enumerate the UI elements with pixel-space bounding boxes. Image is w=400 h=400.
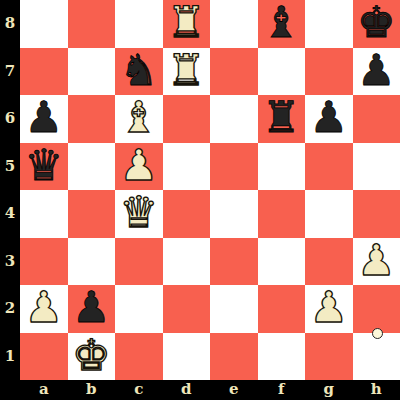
square-b5[interactable] [68, 143, 116, 191]
piece-white-rook: ♜ [167, 1, 206, 44]
file-label-a: a [20, 380, 68, 400]
piece-white-pawn: ♟ [357, 239, 396, 282]
piece-white-king: ♚ [72, 334, 111, 377]
square-f5[interactable] [258, 143, 306, 191]
board-frame: 87654321 ♜♝♚♞♜♟♟♝♜♟♛♟♛♟♟♟♟♚ abcdefgh [0, 0, 400, 400]
square-e8[interactable] [210, 0, 258, 48]
rank-label-7: 7 [0, 48, 20, 96]
rank-label-3: 3 [0, 238, 20, 286]
square-a5[interactable]: ♛ [20, 143, 68, 191]
piece-black-king: ♚ [357, 1, 396, 44]
square-c1[interactable] [115, 333, 163, 381]
square-f3[interactable] [258, 238, 306, 286]
square-a2[interactable]: ♟ [20, 285, 68, 333]
piece-black-pawn: ♟ [357, 49, 396, 92]
square-g8[interactable] [305, 0, 353, 48]
square-c7[interactable]: ♞ [115, 48, 163, 96]
square-a8[interactable] [20, 0, 68, 48]
square-e7[interactable] [210, 48, 258, 96]
piece-black-pawn: ♟ [309, 96, 348, 139]
piece-black-pawn: ♟ [24, 96, 63, 139]
square-f8[interactable]: ♝ [258, 0, 306, 48]
rank-label-2: 2 [0, 285, 20, 333]
square-g5[interactable] [305, 143, 353, 191]
file-label-g: g [305, 380, 353, 400]
square-f7[interactable] [258, 48, 306, 96]
square-e1[interactable] [210, 333, 258, 381]
file-label-c: c [115, 380, 163, 400]
piece-black-pawn: ♟ [72, 286, 111, 329]
piece-white-pawn: ♟ [119, 144, 158, 187]
square-f2[interactable] [258, 285, 306, 333]
square-h1[interactable] [353, 333, 400, 381]
square-d8[interactable]: ♜ [163, 0, 211, 48]
square-g3[interactable] [305, 238, 353, 286]
rank-label-8: 8 [0, 0, 20, 48]
square-a4[interactable] [20, 190, 68, 238]
square-d4[interactable] [163, 190, 211, 238]
square-h7[interactable]: ♟ [353, 48, 400, 96]
rank-label-4: 4 [0, 190, 20, 238]
square-e2[interactable] [210, 285, 258, 333]
square-a3[interactable] [20, 238, 68, 286]
square-c5[interactable]: ♟ [115, 143, 163, 191]
file-labels: abcdefgh [20, 380, 400, 400]
square-b4[interactable] [68, 190, 116, 238]
square-c3[interactable] [115, 238, 163, 286]
square-d6[interactable] [163, 95, 211, 143]
square-e5[interactable] [210, 143, 258, 191]
piece-white-bishop: ♝ [119, 96, 158, 139]
square-e3[interactable] [210, 238, 258, 286]
square-g1[interactable] [305, 333, 353, 381]
square-h5[interactable] [353, 143, 400, 191]
square-b3[interactable] [68, 238, 116, 286]
square-d1[interactable] [163, 333, 211, 381]
rank-labels: 87654321 [0, 0, 20, 380]
square-c4[interactable]: ♛ [115, 190, 163, 238]
piece-white-pawn: ♟ [309, 286, 348, 329]
square-d7[interactable]: ♜ [163, 48, 211, 96]
chessboard: ♜♝♚♞♜♟♟♝♜♟♛♟♛♟♟♟♟♚ [20, 0, 400, 380]
square-e4[interactable] [210, 190, 258, 238]
square-b7[interactable] [68, 48, 116, 96]
square-c2[interactable] [115, 285, 163, 333]
square-h4[interactable] [353, 190, 400, 238]
square-a7[interactable] [20, 48, 68, 96]
square-d3[interactable] [163, 238, 211, 286]
square-d5[interactable] [163, 143, 211, 191]
square-c6[interactable]: ♝ [115, 95, 163, 143]
square-h3[interactable]: ♟ [353, 238, 400, 286]
piece-black-queen: ♛ [24, 144, 63, 187]
square-f4[interactable] [258, 190, 306, 238]
square-g2[interactable]: ♟ [305, 285, 353, 333]
piece-white-rook: ♜ [167, 49, 206, 92]
piece-white-queen: ♛ [119, 191, 158, 234]
square-b1[interactable]: ♚ [68, 333, 116, 381]
white-to-move-indicator [372, 328, 383, 339]
square-c8[interactable] [115, 0, 163, 48]
file-label-d: d [163, 380, 211, 400]
square-a6[interactable]: ♟ [20, 95, 68, 143]
piece-black-rook: ♜ [262, 96, 301, 139]
piece-white-pawn: ♟ [24, 286, 63, 329]
square-b8[interactable] [68, 0, 116, 48]
file-label-b: b [68, 380, 116, 400]
square-g4[interactable] [305, 190, 353, 238]
square-d2[interactable] [163, 285, 211, 333]
piece-black-bishop: ♝ [262, 1, 301, 44]
square-g6[interactable]: ♟ [305, 95, 353, 143]
square-b2[interactable]: ♟ [68, 285, 116, 333]
square-b6[interactable] [68, 95, 116, 143]
square-f1[interactable] [258, 333, 306, 381]
square-f6[interactable]: ♜ [258, 95, 306, 143]
square-a1[interactable] [20, 333, 68, 381]
square-h8[interactable]: ♚ [353, 0, 400, 48]
square-g7[interactable] [305, 48, 353, 96]
rank-label-1: 1 [0, 333, 20, 381]
square-e6[interactable] [210, 95, 258, 143]
rank-label-5: 5 [0, 143, 20, 191]
square-h2[interactable] [353, 285, 400, 333]
rank-label-6: 6 [0, 95, 20, 143]
square-h6[interactable] [353, 95, 400, 143]
file-label-e: e [210, 380, 258, 400]
file-label-f: f [258, 380, 306, 400]
file-label-h: h [353, 380, 400, 400]
piece-black-knight: ♞ [119, 49, 158, 92]
